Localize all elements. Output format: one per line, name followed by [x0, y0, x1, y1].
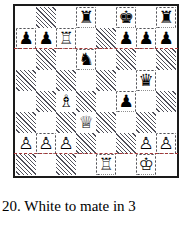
- square-h1: [156, 154, 176, 175]
- piece-bP-a7: ♟: [17, 29, 34, 48]
- square-b4: [36, 91, 56, 112]
- square-e1: ♖: [96, 154, 116, 175]
- square-d1: [76, 154, 96, 175]
- square-b3: [36, 112, 56, 133]
- square-f4: ♟: [116, 91, 136, 112]
- square-h8: ♜: [156, 7, 176, 28]
- square-c2: ♙: [56, 133, 76, 154]
- square-e5: [96, 70, 116, 91]
- piece-wP-b2: ♙: [37, 134, 54, 153]
- square-d6: ♞: [76, 49, 96, 70]
- square-f5: [116, 70, 136, 91]
- piece-wR-e1: ♖: [97, 155, 114, 174]
- square-b7: ♟: [36, 28, 56, 49]
- square-d8: ♜: [76, 7, 96, 28]
- square-c1: [56, 154, 76, 175]
- square-b1: [36, 154, 56, 175]
- puzzle-caption: 20. White to mate in 3: [2, 198, 136, 215]
- piece-wP-a2: ♙: [18, 134, 33, 153]
- square-a6: [16, 49, 36, 70]
- piece-bP-f7: ♟: [118, 29, 133, 48]
- piece-bP-f4: ♟: [117, 92, 134, 111]
- square-a2: ♙: [16, 133, 36, 154]
- piece-bK-f8: ♚: [117, 8, 134, 27]
- square-g4: [136, 91, 156, 112]
- square-a4: [16, 91, 36, 112]
- square-b6: [36, 49, 56, 70]
- square-e7: [96, 28, 116, 49]
- piece-wQ-d3: ♕: [78, 113, 93, 132]
- piece-bN-d6: ♞: [77, 50, 94, 69]
- square-d7: [76, 28, 96, 49]
- piece-wR-c7: ♖: [57, 29, 74, 48]
- square-f8: ♚: [116, 7, 136, 28]
- square-h7: ♟: [156, 28, 176, 49]
- square-h5: [156, 70, 176, 91]
- square-d3: ♕: [76, 112, 96, 133]
- square-d4: [76, 91, 96, 112]
- piece-wK-g1: ♔: [137, 155, 154, 174]
- square-h6: [156, 49, 176, 70]
- piece-bR-h8: ♜: [157, 8, 174, 27]
- square-g5: ♛: [136, 70, 156, 91]
- square-e8: [96, 7, 116, 28]
- scan-artifact-line-below-rank7: [14, 48, 178, 49]
- square-a7: ♟: [16, 28, 36, 49]
- square-g1: ♔: [136, 154, 156, 175]
- piece-bP-b7: ♟: [38, 29, 53, 48]
- board-grid: ♜♚♜♟♟♖♟♟♟♞♛♗♟♕♙♙♙♙♙♖♔: [16, 7, 176, 175]
- square-d5: [76, 70, 96, 91]
- square-f6: [116, 49, 136, 70]
- square-f3: [116, 112, 136, 133]
- piece-bR-d8: ♜: [77, 8, 94, 27]
- square-h2: ♙: [156, 133, 176, 154]
- square-a5: [16, 70, 36, 91]
- square-b2: ♙: [36, 133, 56, 154]
- square-d2: [76, 133, 96, 154]
- square-g2: ♙: [136, 133, 156, 154]
- square-f2: [116, 133, 136, 154]
- piece-wP-h2: ♙: [157, 134, 174, 153]
- piece-wP-g2: ♙: [138, 134, 153, 153]
- square-b8: [36, 7, 56, 28]
- square-f1: [116, 154, 136, 175]
- square-g7: ♟: [136, 28, 156, 49]
- square-g3: [136, 112, 156, 133]
- piece-wP-c2: ♙: [58, 134, 73, 153]
- piece-bP-h7: ♟: [158, 29, 173, 48]
- square-a3: [16, 112, 36, 133]
- piece-bP-g7: ♟: [137, 29, 154, 48]
- piece-wB-c4: ♗: [58, 92, 73, 111]
- square-c7: ♖: [56, 28, 76, 49]
- square-c4: ♗: [56, 91, 76, 112]
- square-e6: [96, 49, 116, 70]
- square-b5: [36, 70, 56, 91]
- square-c8: [56, 7, 76, 28]
- square-e3: [96, 112, 116, 133]
- square-a8: [16, 7, 36, 28]
- scan-artifact-line-below-rank2: [14, 153, 178, 154]
- chess-board: ♜♚♜♟♟♖♟♟♟♞♛♗♟♕♙♙♙♙♙♖♔: [13, 4, 179, 178]
- piece-bQ-g5: ♛: [137, 71, 154, 90]
- square-e4: [96, 91, 116, 112]
- square-c6: [56, 49, 76, 70]
- square-c5: [56, 70, 76, 91]
- square-h4: [156, 91, 176, 112]
- square-g6: [136, 49, 156, 70]
- square-a1: [16, 154, 36, 175]
- square-f7: ♟: [116, 28, 136, 49]
- square-g8: [136, 7, 156, 28]
- square-h3: [156, 112, 176, 133]
- square-c3: [56, 112, 76, 133]
- square-e2: [96, 133, 116, 154]
